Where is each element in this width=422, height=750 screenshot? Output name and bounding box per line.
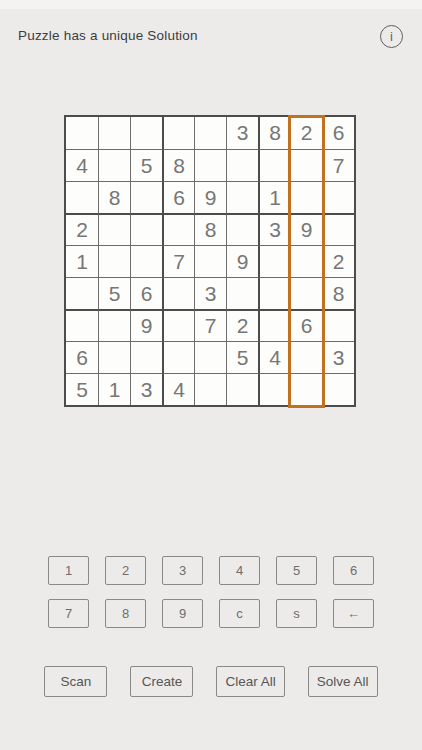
cell-r2c5[interactable] — [194, 149, 226, 181]
cell-r7c7[interactable] — [258, 309, 290, 341]
cell-r3c1[interactable] — [66, 181, 98, 213]
cell-r9c9[interactable] — [322, 373, 354, 405]
cell-r1c1[interactable] — [66, 117, 98, 149]
cell-r6c7[interactable] — [258, 277, 290, 309]
cell-r8c1[interactable]: 6 — [66, 341, 98, 373]
cell-r4c1[interactable]: 2 — [66, 213, 98, 245]
solve-all-button[interactable]: Solve All — [308, 666, 378, 697]
clear-all-button[interactable]: Clear All — [216, 666, 284, 697]
cell-r1c3[interactable] — [130, 117, 162, 149]
cell-r2c8[interactable] — [290, 149, 322, 181]
cell-r9c7[interactable] — [258, 373, 290, 405]
key-7[interactable]: 7 — [48, 599, 89, 628]
cell-r3c5[interactable]: 9 — [194, 181, 226, 213]
keypad-row-2: 789cs← — [48, 599, 374, 628]
key-5[interactable]: 5 — [276, 556, 317, 585]
cell-r1c8[interactable]: 2 — [290, 117, 322, 149]
cell-r7c3[interactable]: 9 — [130, 309, 162, 341]
cell-r7c9[interactable] — [322, 309, 354, 341]
cell-r4c4[interactable] — [162, 213, 194, 245]
cell-r5c2[interactable] — [98, 245, 130, 277]
cell-r6c3[interactable]: 6 — [130, 277, 162, 309]
cell-r5c5[interactable] — [194, 245, 226, 277]
scan-button[interactable]: Scan — [44, 666, 107, 697]
cell-r6c8[interactable] — [290, 277, 322, 309]
cell-r9c5[interactable] — [194, 373, 226, 405]
cell-r6c4[interactable] — [162, 277, 194, 309]
key-2[interactable]: 2 — [105, 556, 146, 585]
key-3[interactable]: 3 — [162, 556, 203, 585]
cell-r2c7[interactable] — [258, 149, 290, 181]
cell-r3c3[interactable] — [130, 181, 162, 213]
cell-r1c5[interactable] — [194, 117, 226, 149]
cell-r4c5[interactable]: 8 — [194, 213, 226, 245]
cell-r6c9[interactable]: 8 — [322, 277, 354, 309]
cell-r8c2[interactable] — [98, 341, 130, 373]
cell-r7c5[interactable]: 7 — [194, 309, 226, 341]
cell-r9c3[interactable]: 3 — [130, 373, 162, 405]
cell-r1c4[interactable] — [162, 117, 194, 149]
cell-r4c9[interactable] — [322, 213, 354, 245]
cell-r1c9[interactable]: 6 — [322, 117, 354, 149]
cell-r1c6[interactable]: 3 — [226, 117, 258, 149]
cell-r8c5[interactable] — [194, 341, 226, 373]
cell-r3c8[interactable] — [290, 181, 322, 213]
cell-r5c1[interactable]: 1 — [66, 245, 98, 277]
cell-r9c2[interactable]: 1 — [98, 373, 130, 405]
key-4[interactable]: 4 — [219, 556, 260, 585]
info-icon: i — [390, 30, 393, 43]
cell-r4c2[interactable] — [98, 213, 130, 245]
keypad-row-1: 123456 — [48, 556, 374, 585]
status-bar-area — [0, 0, 422, 9]
key-backspace[interactable]: ← — [333, 599, 374, 628]
cell-r7c6[interactable]: 2 — [226, 309, 258, 341]
cell-r6c6[interactable] — [226, 277, 258, 309]
cell-r7c1[interactable] — [66, 309, 98, 341]
cell-r8c3[interactable] — [130, 341, 162, 373]
cell-r1c2[interactable] — [98, 117, 130, 149]
cell-r4c6[interactable] — [226, 213, 258, 245]
cell-r7c8[interactable]: 6 — [290, 309, 322, 341]
key-8[interactable]: 8 — [105, 599, 146, 628]
cell-r5c9[interactable]: 2 — [322, 245, 354, 277]
info-button[interactable]: i — [380, 25, 403, 48]
page-title: Puzzle has a unique Solution — [18, 28, 198, 43]
key-9[interactable]: 9 — [162, 599, 203, 628]
cell-r5c7[interactable] — [258, 245, 290, 277]
cell-r2c9[interactable]: 7 — [322, 149, 354, 181]
cell-r6c2[interactable]: 5 — [98, 277, 130, 309]
cell-r8c8[interactable] — [290, 341, 322, 373]
cell-r5c4[interactable]: 7 — [162, 245, 194, 277]
key-1[interactable]: 1 — [48, 556, 89, 585]
cell-r1c7[interactable]: 8 — [258, 117, 290, 149]
key-s[interactable]: s — [276, 599, 317, 628]
cell-r8c4[interactable] — [162, 341, 194, 373]
cell-r7c2[interactable] — [98, 309, 130, 341]
sudoku-app: Puzzle has a unique Solution i 382645878… — [0, 0, 422, 750]
cell-r4c7[interactable]: 3 — [258, 213, 290, 245]
action-bar: ScanCreateClear AllSolve All — [0, 666, 422, 697]
cell-r5c6[interactable]: 9 — [226, 245, 258, 277]
cell-r3c7[interactable]: 1 — [258, 181, 290, 213]
key-6[interactable]: 6 — [333, 556, 374, 585]
cell-r8c9[interactable]: 3 — [322, 341, 354, 373]
sudoku-board: 382645878691283917925638972665435134 — [64, 115, 356, 407]
cell-r2c2[interactable] — [98, 149, 130, 181]
cell-r9c4[interactable]: 4 — [162, 373, 194, 405]
cell-r2c6[interactable] — [226, 149, 258, 181]
cell-r5c3[interactable] — [130, 245, 162, 277]
cell-r2c3[interactable]: 5 — [130, 149, 162, 181]
cell-r6c1[interactable] — [66, 277, 98, 309]
cell-r6c5[interactable]: 3 — [194, 277, 226, 309]
cell-r2c4[interactable]: 8 — [162, 149, 194, 181]
cell-r4c3[interactable] — [130, 213, 162, 245]
cell-r2c1[interactable]: 4 — [66, 149, 98, 181]
cell-r8c7[interactable]: 4 — [258, 341, 290, 373]
cell-r7c4[interactable] — [162, 309, 194, 341]
key-c[interactable]: c — [219, 599, 260, 628]
number-keypad: 123456 789cs← — [0, 556, 422, 628]
cell-r9c1[interactable]: 5 — [66, 373, 98, 405]
cell-r3c2[interactable]: 8 — [98, 181, 130, 213]
cell-r9c6[interactable] — [226, 373, 258, 405]
cell-r4c8[interactable]: 9 — [290, 213, 322, 245]
cell-r3c4[interactable]: 6 — [162, 181, 194, 213]
cell-r5c8[interactable] — [290, 245, 322, 277]
cell-r3c9[interactable] — [322, 181, 354, 213]
create-button[interactable]: Create — [130, 666, 193, 697]
cell-r8c6[interactable]: 5 — [226, 341, 258, 373]
cell-r3c6[interactable] — [226, 181, 258, 213]
cell-r9c8[interactable] — [290, 373, 322, 405]
